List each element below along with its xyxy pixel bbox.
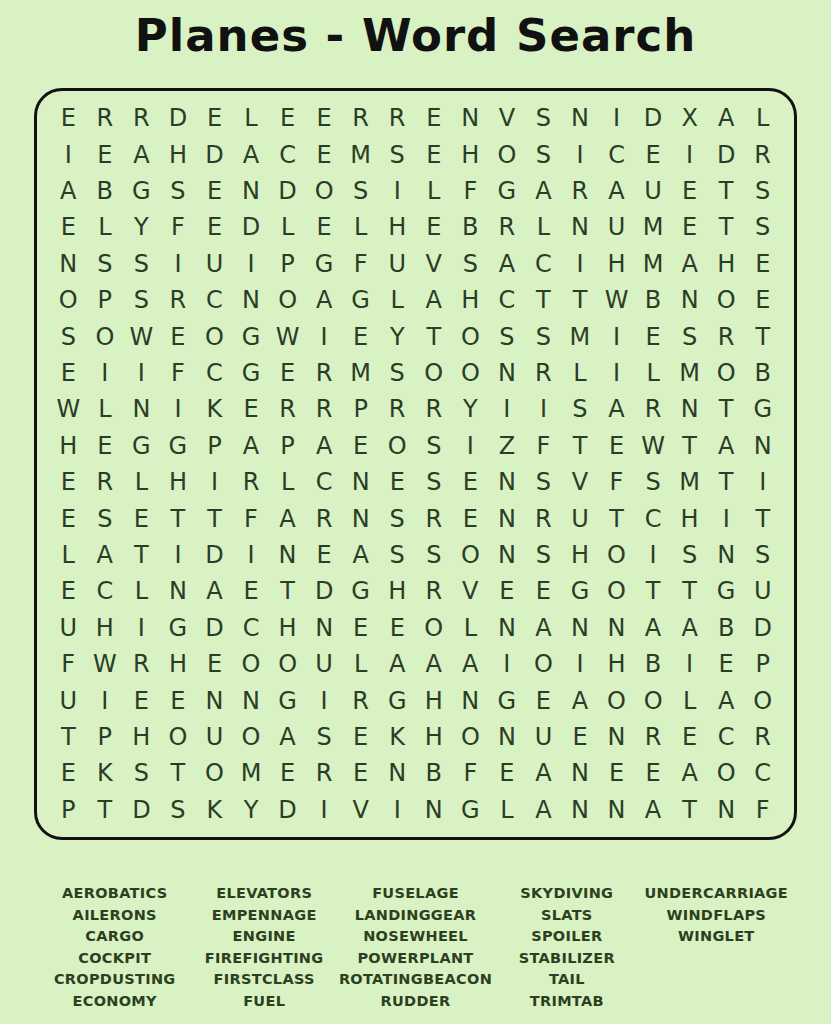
word-list-item: SKYDIVING [492, 883, 641, 905]
grid-cell: V [489, 100, 526, 136]
grid-cell: N [233, 282, 270, 318]
grid-cell: R [87, 100, 124, 136]
grid-cell: A [342, 537, 379, 573]
word-list-item: FIRSTCLASS [189, 969, 338, 991]
grid-cell: I [160, 246, 197, 282]
grid-cell: I [87, 682, 124, 718]
grid-cell: E [598, 428, 635, 464]
grid-cell: N [489, 355, 526, 391]
grid-cell: S [415, 537, 452, 573]
grid-cell: E [50, 100, 87, 136]
grid-cell: G [744, 391, 781, 427]
grid-cell: N [489, 610, 526, 646]
grid-cell: I [671, 646, 708, 682]
grid-cell: E [525, 682, 562, 718]
grid-cell: I [379, 792, 416, 828]
grid-cell: C [196, 355, 233, 391]
grid-cell: W [269, 318, 306, 354]
grid-cell: L [562, 355, 599, 391]
grid-cell: N [452, 682, 489, 718]
grid-cell: O [233, 719, 270, 755]
grid-cell: U [635, 173, 672, 209]
grid-cell: E [342, 428, 379, 464]
grid-cell: E [598, 755, 635, 791]
grid-cell: L [744, 100, 781, 136]
grid-cell: E [525, 573, 562, 609]
grid-cell: O [635, 682, 672, 718]
grid-cell: I [306, 682, 343, 718]
grid-cell: N [562, 792, 599, 828]
grid-cell: X [671, 100, 708, 136]
grid-cell: U [379, 246, 416, 282]
grid-cell: L [671, 682, 708, 718]
grid-cell: V [562, 464, 599, 500]
grid-cell: P [196, 428, 233, 464]
grid-cell: S [379, 355, 416, 391]
grid-cell: E [671, 719, 708, 755]
grid-cell: O [415, 355, 452, 391]
grid-cell: L [635, 355, 672, 391]
grid-cell: E [708, 646, 745, 682]
grid-cell: A [525, 755, 562, 791]
grid-cell: O [50, 282, 87, 318]
grid-cell: T [671, 573, 708, 609]
grid-cell: O [415, 610, 452, 646]
grid-cell: T [525, 282, 562, 318]
grid-cell: P [744, 646, 781, 682]
grid-cell: Y [123, 209, 160, 245]
grid-cell: R [123, 100, 160, 136]
grid-cell: D [196, 610, 233, 646]
grid-cell: H [598, 246, 635, 282]
grid-cell: A [415, 646, 452, 682]
grid-cell: I [306, 792, 343, 828]
grid-cell: S [379, 136, 416, 172]
word-list-item: UNDERCARRIAGE [642, 883, 791, 905]
grid-cell: F [342, 246, 379, 282]
word-list-item: ROTATINGBEACON [339, 969, 492, 991]
grid-cell: R [744, 136, 781, 172]
grid-cell: A [598, 173, 635, 209]
grid-cell: E [379, 464, 416, 500]
grid-cell: G [562, 573, 599, 609]
grid-cell: N [671, 391, 708, 427]
grid-cell: G [160, 428, 197, 464]
grid-cell: C [233, 610, 270, 646]
grid-cell: E [50, 573, 87, 609]
grid-cell: S [744, 173, 781, 209]
grid-cell: E [196, 173, 233, 209]
grid-cell: R [635, 391, 672, 427]
grid-cell: E [342, 719, 379, 755]
grid-cell: O [269, 282, 306, 318]
grid-cell: N [562, 209, 599, 245]
grid-cell: E [452, 500, 489, 536]
grid-cell: P [87, 719, 124, 755]
grid-cell: E [415, 209, 452, 245]
word-list-column: UNDERCARRIAGEWINDFLAPSWINGLET [642, 883, 791, 1013]
grid-cell: T [671, 428, 708, 464]
grid-cell: A [306, 428, 343, 464]
word-list-item: WINDFLAPS [642, 905, 791, 927]
grid-cell: G [160, 610, 197, 646]
word-list-column: ELEVATORSEMPENNAGEENGINEFIREFIGHTINGFIRS… [189, 883, 338, 1013]
grid-cell: U [196, 246, 233, 282]
grid-cell: A [708, 682, 745, 718]
grid-cell: H [123, 719, 160, 755]
grid-cell: T [708, 464, 745, 500]
grid-cell: L [489, 792, 526, 828]
grid-cell: G [123, 428, 160, 464]
grid-cell: H [160, 646, 197, 682]
grid-cell: N [489, 537, 526, 573]
grid-cell: H [160, 464, 197, 500]
grid-cell: S [87, 246, 124, 282]
grid-cell: G [233, 318, 270, 354]
grid-cell: O [379, 428, 416, 464]
grid-cell: A [562, 682, 599, 718]
grid-cell: S [489, 318, 526, 354]
grid-cell: I [489, 391, 526, 427]
grid-cell: N [342, 464, 379, 500]
grid-cell: S [744, 209, 781, 245]
grid-cell: Y [233, 792, 270, 828]
grid-cell: A [489, 246, 526, 282]
grid-cell: K [87, 755, 124, 791]
grid-cell: N [562, 755, 599, 791]
grid-cell: R [525, 355, 562, 391]
grid-cell: I [160, 391, 197, 427]
grid-cell: D [123, 792, 160, 828]
grid-cell: R [415, 391, 452, 427]
grid-cell: U [196, 719, 233, 755]
grid-cell: R [379, 391, 416, 427]
grid-cell: R [342, 100, 379, 136]
grid-cell: A [269, 500, 306, 536]
grid-cell: E [50, 209, 87, 245]
grid-cell: A [671, 755, 708, 791]
grid-cell: A [525, 173, 562, 209]
grid-cell: L [123, 573, 160, 609]
grid-cell: O [269, 646, 306, 682]
grid-cell: M [671, 464, 708, 500]
letter-grid: ERRDELEERRENVSNIDXALIEAHDACEMSEHOSICEIDR… [34, 88, 797, 840]
grid-cell: E [269, 755, 306, 791]
grid-cell: E [123, 500, 160, 536]
grid-cell: G [379, 682, 416, 718]
grid-cell: E [123, 682, 160, 718]
grid-cell: K [196, 792, 233, 828]
grid-cell: Z [489, 428, 526, 464]
grid-cell: L [415, 173, 452, 209]
grid-cell: T [415, 318, 452, 354]
grid-cell: T [708, 173, 745, 209]
grid-cell: N [489, 464, 526, 500]
word-list-item: EMPENNAGE [189, 905, 338, 927]
grid-cell: F [160, 355, 197, 391]
word-list-column: FUSELAGELANDINGGEARNOSEWHEELPOWERPLANTRO… [339, 883, 492, 1013]
grid-cell: I [233, 246, 270, 282]
grid-cell: S [671, 537, 708, 573]
grid-cell: E [671, 173, 708, 209]
grid-cell: I [598, 100, 635, 136]
grid-cell: E [269, 100, 306, 136]
grid-cell: N [562, 610, 599, 646]
grid-cell: R [269, 391, 306, 427]
grid-cell: U [525, 719, 562, 755]
grid-cell: C [306, 464, 343, 500]
grid-cell: W [598, 282, 635, 318]
grid-cell: W [635, 428, 672, 464]
grid-cell: O [87, 318, 124, 354]
grid-cell: A [525, 792, 562, 828]
grid-cell: H [598, 646, 635, 682]
grid-cell: E [306, 136, 343, 172]
grid-cell: N [598, 792, 635, 828]
grid-cell: N [562, 100, 599, 136]
grid-cell: K [379, 719, 416, 755]
word-list-item: ECONOMY [40, 991, 189, 1013]
grid-cell: T [598, 500, 635, 536]
word-list-item: AILERONS [40, 905, 189, 927]
grid-cell: E [415, 136, 452, 172]
grid-cell: S [160, 173, 197, 209]
grid-cell: T [160, 755, 197, 791]
grid-cell: R [306, 391, 343, 427]
grid-cell: E [87, 428, 124, 464]
word-list-item: SLATS [492, 905, 641, 927]
grid-cell: R [562, 173, 599, 209]
grid-cell: E [50, 464, 87, 500]
grid-cell: T [744, 318, 781, 354]
grid-cell: N [123, 391, 160, 427]
grid-cell: N [452, 100, 489, 136]
word-list: AEROBATICSAILERONSCARGOCOCKPITCROPDUSTIN… [40, 883, 791, 1013]
grid-cell: A [87, 537, 124, 573]
grid-cell: A [233, 428, 270, 464]
grid-cell: I [160, 537, 197, 573]
grid-cell: E [379, 610, 416, 646]
grid-cell: O [708, 355, 745, 391]
grid-cell: S [123, 246, 160, 282]
grid-cell: C [489, 282, 526, 318]
grid-cell: T [87, 792, 124, 828]
grid-cell: G [123, 173, 160, 209]
grid-cell: E [635, 136, 672, 172]
grid-cell: S [415, 464, 452, 500]
grid-cell: N [233, 682, 270, 718]
grid-cell: C [196, 282, 233, 318]
grid-cell: Y [452, 391, 489, 427]
grid-cell: T [269, 573, 306, 609]
grid-cell: F [744, 792, 781, 828]
grid-cell: U [306, 646, 343, 682]
grid-cell: T [562, 282, 599, 318]
grid-cell: L [87, 209, 124, 245]
grid-cell: S [123, 282, 160, 318]
grid-cell: G [489, 682, 526, 718]
word-list-item: STABILIZER [492, 948, 641, 970]
grid-cell: U [562, 500, 599, 536]
grid-cell: D [269, 792, 306, 828]
grid-cell: S [342, 173, 379, 209]
grid-cell: A [415, 282, 452, 318]
grid-cell: I [379, 173, 416, 209]
grid-cell: B [635, 282, 672, 318]
grid-cell: I [562, 646, 599, 682]
grid-cell: C [708, 719, 745, 755]
grid-cell: O [452, 719, 489, 755]
grid-cell: S [123, 755, 160, 791]
grid-cell: I [233, 537, 270, 573]
grid-cell: D [635, 100, 672, 136]
grid-cell: D [160, 100, 197, 136]
grid-cell: F [50, 646, 87, 682]
grid-cell: O [196, 755, 233, 791]
grid-cell: A [452, 646, 489, 682]
grid-cell: S [452, 246, 489, 282]
grid-cell: E [342, 610, 379, 646]
grid-cell: I [306, 318, 343, 354]
grid-cell: S [525, 100, 562, 136]
grid-cell: R [489, 209, 526, 245]
grid-cell: T [635, 573, 672, 609]
grid-cell: D [708, 136, 745, 172]
grid-cell: L [123, 464, 160, 500]
grid-cell: O [525, 646, 562, 682]
grid-cell: A [269, 719, 306, 755]
grid-cell: R [233, 464, 270, 500]
grid-cell: L [50, 537, 87, 573]
grid-cell: E [50, 355, 87, 391]
grid-cell: U [50, 610, 87, 646]
word-list-item: NOSEWHEEL [339, 926, 492, 948]
grid-cell: N [598, 610, 635, 646]
grid-cell: I [598, 355, 635, 391]
grid-cell: E [306, 100, 343, 136]
grid-cell: W [87, 646, 124, 682]
grid-cell: R [306, 355, 343, 391]
page-title: Planes - Word Search [0, 9, 831, 62]
grid-cell: F [598, 464, 635, 500]
word-list-item: TAIL [492, 969, 641, 991]
grid-cell: L [342, 646, 379, 682]
grid-cell: R [415, 573, 452, 609]
grid-cell: E [87, 136, 124, 172]
grid-cell: W [50, 391, 87, 427]
grid-cell: L [452, 610, 489, 646]
grid-cell: T [744, 500, 781, 536]
grid-cell: N [379, 755, 416, 791]
grid-cell: R [708, 318, 745, 354]
word-list-column: SKYDIVINGSLATSSPOILERSTABILIZERTAILTRIMT… [492, 883, 641, 1013]
grid-cell: F [452, 755, 489, 791]
grid-cell: G [342, 573, 379, 609]
grid-cell: V [415, 246, 452, 282]
grid-cell: M [233, 755, 270, 791]
grid-cell: S [525, 537, 562, 573]
grid-cell: E [196, 100, 233, 136]
grid-cell: E [489, 755, 526, 791]
grid-cell: I [562, 246, 599, 282]
grid-cell: E [196, 209, 233, 245]
grid-cell: B [415, 755, 452, 791]
grid-cell: S [525, 318, 562, 354]
grid-cell: H [160, 136, 197, 172]
grid-cell: C [635, 500, 672, 536]
grid-cell: A [635, 792, 672, 828]
grid-cell: D [196, 537, 233, 573]
grid-cell: E [342, 755, 379, 791]
grid-cell: A [598, 391, 635, 427]
grid-cell: H [415, 719, 452, 755]
grid-cell: L [233, 100, 270, 136]
grid-cell: N [160, 573, 197, 609]
grid-cell: G [708, 573, 745, 609]
grid-cell: C [269, 136, 306, 172]
grid-cell: E [489, 573, 526, 609]
grid-cell: E [269, 355, 306, 391]
grid-cell: E [50, 755, 87, 791]
grid-cell: R [306, 755, 343, 791]
word-list-item: POWERPLANT [339, 948, 492, 970]
grid-cell: T [50, 719, 87, 755]
grid-cell: G [269, 682, 306, 718]
grid-cell: O [708, 282, 745, 318]
grid-cell: B [708, 610, 745, 646]
grid-cell: M [342, 136, 379, 172]
grid-cell: P [269, 428, 306, 464]
grid-cell: D [233, 209, 270, 245]
grid-cell: I [525, 391, 562, 427]
grid-cell: O [452, 318, 489, 354]
grid-cell: N [342, 500, 379, 536]
grid-cell: S [635, 464, 672, 500]
word-list-item: LANDINGGEAR [339, 905, 492, 927]
grid-cell: A [233, 136, 270, 172]
grid-cell: U [598, 209, 635, 245]
grid-cell: N [50, 246, 87, 282]
grid-cell: T [160, 500, 197, 536]
grid-cell: D [744, 610, 781, 646]
grid-cell: I [598, 318, 635, 354]
word-list-item: FIREFIGHTING [189, 948, 338, 970]
grid-cell: P [87, 282, 124, 318]
grid-cell: H [562, 537, 599, 573]
grid-cell: C [87, 573, 124, 609]
grid-cell: H [269, 610, 306, 646]
grid-cell: N [415, 792, 452, 828]
word-list-item: CARGO [40, 926, 189, 948]
grid-cell: O [452, 355, 489, 391]
grid-cell: N [671, 282, 708, 318]
grid-cell: I [744, 464, 781, 500]
grid-cell: T [708, 391, 745, 427]
grid-cell: H [379, 209, 416, 245]
grid-cell: E [744, 282, 781, 318]
grid-cell: S [50, 318, 87, 354]
grid-cell: L [269, 209, 306, 245]
grid-cell: G [233, 355, 270, 391]
grid-cell: A [635, 610, 672, 646]
grid-cell: M [671, 355, 708, 391]
grid-cell: O [744, 682, 781, 718]
grid-cell: H [415, 682, 452, 718]
word-list-item: RUDDER [339, 991, 492, 1013]
grid-cell: I [562, 136, 599, 172]
grid-cell: A [708, 100, 745, 136]
grid-cell: N [269, 537, 306, 573]
